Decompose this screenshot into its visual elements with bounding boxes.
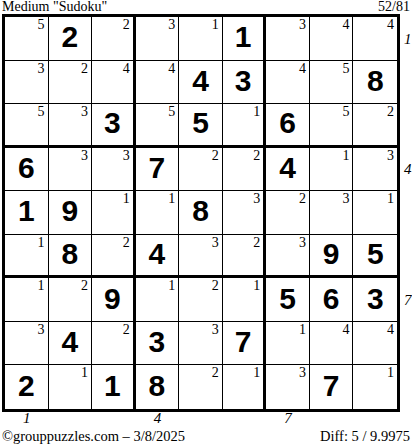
cell-r8c5[interactable]: 3 (179, 322, 223, 366)
pencil-mark: 2 (253, 148, 260, 163)
footer: ©grouppuzzles.com – 3/8/2025 Diff: 5 / 9… (2, 429, 410, 444)
pencil-mark: 1 (168, 278, 175, 293)
pencil-mark: 3 (342, 191, 349, 206)
cell-r5c6[interactable]: 3 (223, 191, 267, 235)
cell-r7c4[interactable]: 1 (136, 278, 180, 322)
cell-r8c6[interactable]: 7 (223, 322, 267, 366)
pencil-mark: 4 (342, 322, 349, 337)
cell-r7c3[interactable]: 9 (92, 278, 136, 322)
remaining-counter: 52/81 (378, 0, 410, 14)
cell-r6c1[interactable]: 1 (5, 235, 49, 279)
pencil-mark: 2 (212, 148, 219, 163)
cell-r1c2[interactable]: 2 (49, 17, 93, 61)
cell-r2c8[interactable]: 5 (310, 61, 354, 105)
cell-r1c9[interactable]: 4 (353, 17, 397, 61)
cell-digit: 8 (61, 239, 78, 269)
cell-r1c8[interactable]: 4 (310, 17, 354, 61)
pencil-mark: 1 (168, 191, 175, 206)
cell-r1c3[interactable]: 2 (92, 17, 136, 61)
cell-r2c3[interactable]: 4 (92, 61, 136, 105)
pencil-mark: 3 (38, 322, 45, 337)
cell-digit: 8 (149, 371, 166, 401)
cell-r6c6[interactable]: 2 (223, 235, 267, 279)
pencil-mark: 5 (168, 104, 175, 119)
cell-digit: 2 (18, 371, 35, 401)
cell-r5c9[interactable]: 1 (353, 191, 397, 235)
cell-r3c3[interactable]: 3 (92, 104, 136, 148)
cell-digit: 3 (235, 66, 252, 96)
cell-r1c4[interactable]: 3 (136, 17, 180, 61)
cell-digit: 8 (367, 66, 384, 96)
cell-digit: 3 (149, 327, 166, 357)
pencil-mark: 1 (342, 148, 349, 163)
cell-digit: 1 (235, 22, 252, 52)
cell-r5c5[interactable]: 8 (179, 191, 223, 235)
cell-digit: 2 (61, 22, 78, 52)
cell-r4c4[interactable]: 7 (136, 148, 180, 192)
cell-r3c2[interactable]: 3 (49, 104, 93, 148)
pencil-mark: 4 (168, 61, 175, 76)
cell-digit: 7 (323, 371, 340, 401)
pencil-mark: 3 (387, 148, 394, 163)
cell-r3c6[interactable]: 1 (223, 104, 267, 148)
cell-r3c9[interactable]: 2 (353, 104, 397, 148)
cell-r3c7[interactable]: 6 (266, 104, 310, 148)
cell-r3c4[interactable]: 5 (136, 104, 180, 148)
cell-r1c5[interactable]: 1 (179, 17, 223, 61)
sudoku-board: 5223113443244434585335516526337224131911… (2, 14, 400, 412)
pencil-mark: 1 (299, 322, 306, 337)
cell-r3c8[interactable]: 5 (310, 104, 354, 148)
cell-digit: 4 (279, 153, 296, 183)
cell-digit: 5 (192, 108, 209, 138)
pencil-mark: 2 (123, 322, 130, 337)
row-label-1: 1 (404, 31, 412, 46)
pencil-mark: 1 (212, 17, 219, 32)
cell-r4c8[interactable]: 1 (310, 148, 354, 192)
pencil-mark: 2 (212, 365, 219, 380)
difficulty-text: Diff: 5 / 9.9975 (320, 429, 410, 444)
cell-digit: 9 (323, 239, 340, 269)
copyright-text: ©grouppuzzles.com – 3/8/2025 (2, 429, 185, 444)
cell-digit: 5 (367, 239, 384, 269)
cell-r6c9[interactable]: 5 (353, 235, 397, 279)
cell-digit: 7 (235, 327, 252, 357)
cell-r5c4[interactable]: 1 (136, 191, 180, 235)
cell-digit: 1 (18, 196, 35, 226)
pencil-mark: 1 (253, 365, 260, 380)
cell-r6c4[interactable]: 4 (136, 235, 180, 279)
pencil-mark: 4 (387, 17, 394, 32)
pencil-mark: 2 (299, 191, 306, 206)
pencil-mark: 5 (342, 61, 349, 76)
cell-r9c2[interactable]: 1 (49, 365, 93, 409)
cell-r8c9[interactable]: 4 (353, 322, 397, 366)
pencil-mark: 3 (212, 235, 219, 250)
cell-r5c3[interactable]: 1 (92, 191, 136, 235)
pencil-mark: 1 (387, 191, 394, 206)
cell-r8c1[interactable]: 3 (5, 322, 49, 366)
cell-r9c6[interactable]: 1 (223, 365, 267, 409)
cell-r4c3[interactable]: 3 (92, 148, 136, 192)
pencil-mark: 4 (387, 322, 394, 337)
pencil-mark: 1 (387, 365, 394, 380)
cell-r8c4[interactable]: 3 (136, 322, 180, 366)
cell-digit: 3 (367, 284, 384, 314)
pencil-mark: 4 (299, 61, 306, 76)
pencil-mark: 3 (299, 365, 306, 380)
pencil-mark: 1 (123, 191, 130, 206)
col-label-1: 1 (23, 411, 31, 426)
col-label-7: 7 (284, 411, 292, 426)
pencil-mark: 2 (81, 278, 88, 293)
cell-r2c9[interactable]: 8 (353, 61, 397, 105)
cell-r5c1[interactable]: 1 (5, 191, 49, 235)
header: Medium "Sudoku" 52/81 (2, 0, 410, 14)
cell-r9c3[interactable]: 1 (92, 365, 136, 409)
pencil-mark: 1 (253, 278, 260, 293)
pencil-mark: 3 (81, 148, 88, 163)
cell-r4c7[interactable]: 4 (266, 148, 310, 192)
cell-digit: 6 (279, 108, 296, 138)
cell-digit: 8 (192, 196, 209, 226)
cell-r5c2[interactable]: 9 (49, 191, 93, 235)
cell-r8c3[interactable]: 2 (92, 322, 136, 366)
cell-r2c7[interactable]: 4 (266, 61, 310, 105)
cell-digit: 7 (149, 153, 166, 183)
cell-digit: 5 (279, 284, 296, 314)
page-title: Medium "Sudoku" (2, 0, 107, 14)
pencil-mark: 3 (81, 104, 88, 119)
cell-r9c7[interactable]: 3 (266, 365, 310, 409)
cell-r2c2[interactable]: 2 (49, 61, 93, 105)
pencil-mark: 1 (81, 365, 88, 380)
cell-r8c8[interactable]: 4 (310, 322, 354, 366)
pencil-mark: 1 (38, 235, 45, 250)
pencil-mark: 2 (212, 278, 219, 293)
cell-r9c8[interactable]: 7 (310, 365, 354, 409)
cell-r1c1[interactable]: 5 (5, 17, 49, 61)
cell-r7c8[interactable]: 6 (310, 278, 354, 322)
cell-r9c4[interactable]: 8 (136, 365, 180, 409)
pencil-mark: 3 (168, 17, 175, 32)
cell-digit: 9 (104, 284, 121, 314)
cell-r2c5[interactable]: 4 (179, 61, 223, 105)
pencil-mark: 5 (38, 104, 45, 119)
pencil-mark: 2 (387, 104, 394, 119)
pencil-mark: 3 (299, 235, 306, 250)
pencil-mark: 2 (123, 17, 130, 32)
pencil-mark: 1 (253, 104, 260, 119)
cell-r6c2[interactable]: 8 (49, 235, 93, 279)
cell-r2c6[interactable]: 3 (223, 61, 267, 105)
pencil-mark: 3 (253, 191, 260, 206)
cell-r2c1[interactable]: 3 (5, 61, 49, 105)
cell-r3c1[interactable]: 5 (5, 104, 49, 148)
cell-r8c7[interactable]: 1 (266, 322, 310, 366)
pencil-mark: 5 (342, 104, 349, 119)
pencil-mark: 4 (342, 17, 349, 32)
pencil-mark: 2 (123, 235, 130, 250)
cell-r7c1[interactable]: 1 (5, 278, 49, 322)
cell-r1c6[interactable]: 1 (223, 17, 267, 61)
cell-r9c5[interactable]: 2 (179, 365, 223, 409)
cell-r4c6[interactable]: 2 (223, 148, 267, 192)
pencil-mark: 3 (123, 148, 130, 163)
cell-r9c1[interactable]: 2 (5, 365, 49, 409)
cell-digit: 4 (149, 239, 166, 269)
cell-digit: 6 (18, 153, 35, 183)
cell-digit: 1 (104, 371, 121, 401)
cell-r6c8[interactable]: 9 (310, 235, 354, 279)
cell-r7c7[interactable]: 5 (266, 278, 310, 322)
row-label-7: 7 (404, 293, 412, 308)
cell-digit: 4 (61, 327, 78, 357)
cell-r7c6[interactable]: 1 (223, 278, 267, 322)
cell-r5c8[interactable]: 3 (310, 191, 354, 235)
cell-r4c9[interactable]: 3 (353, 148, 397, 192)
cell-digit: 4 (192, 66, 209, 96)
cell-r8c2[interactable]: 4 (49, 322, 93, 366)
cell-r4c5[interactable]: 2 (179, 148, 223, 192)
pencil-mark: 3 (38, 61, 45, 76)
pencil-mark: 4 (123, 61, 130, 76)
cell-r6c7[interactable]: 3 (266, 235, 310, 279)
pencil-mark: 1 (38, 278, 45, 293)
cell-r5c7[interactable]: 2 (266, 191, 310, 235)
cell-r2c4[interactable]: 4 (136, 61, 180, 105)
cell-r4c2[interactable]: 3 (49, 148, 93, 192)
cell-r3c5[interactable]: 5 (179, 104, 223, 148)
pencil-mark: 2 (253, 235, 260, 250)
cell-r6c3[interactable]: 2 (92, 235, 136, 279)
row-label-4: 4 (404, 162, 412, 177)
col-label-4: 4 (154, 411, 162, 426)
cell-digit: 6 (323, 284, 340, 314)
sudoku-page: Medium "Sudoku" 52/81 522311344324443458… (0, 0, 412, 445)
pencil-mark: 2 (81, 61, 88, 76)
cell-r4c1[interactable]: 6 (5, 148, 49, 192)
cell-digit: 9 (61, 196, 78, 226)
cell-r7c5[interactable]: 2 (179, 278, 223, 322)
pencil-mark: 3 (212, 322, 219, 337)
cell-digit: 3 (104, 108, 121, 138)
cell-r1c7[interactable]: 3 (266, 17, 310, 61)
cell-r7c9[interactable]: 3 (353, 278, 397, 322)
cell-r6c5[interactable]: 3 (179, 235, 223, 279)
pencil-mark: 3 (299, 17, 306, 32)
pencil-mark: 5 (38, 17, 45, 32)
cell-r9c9[interactable]: 1 (353, 365, 397, 409)
cell-r7c2[interactable]: 2 (49, 278, 93, 322)
